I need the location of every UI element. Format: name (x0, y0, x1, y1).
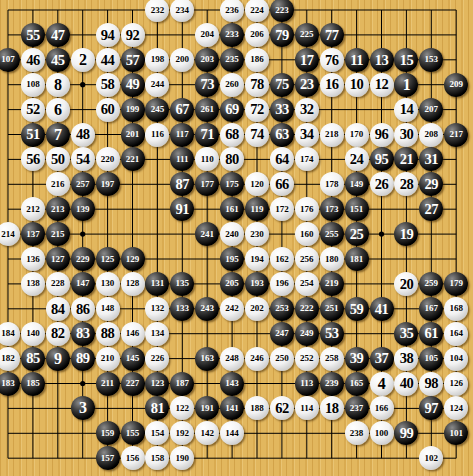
stone-move-number: 66 (275, 177, 289, 192)
stone-white-56[interactable]: 56 (21, 147, 45, 171)
stone-black-19[interactable]: 19 (394, 222, 418, 246)
stone-white-216[interactable]: 216 (46, 172, 70, 196)
stone-black-257[interactable]: 257 (71, 172, 95, 196)
stone-black-125[interactable]: 125 (96, 247, 120, 271)
stone-black-147[interactable]: 147 (71, 272, 95, 296)
stone-black-97[interactable]: 97 (419, 396, 443, 420)
stone-white-196[interactable]: 196 (270, 272, 294, 296)
stone-black-135[interactable]: 135 (170, 272, 194, 296)
stone-move-number: 16 (325, 77, 339, 92)
stone-black-85[interactable]: 85 (21, 347, 45, 371)
stone-move-number: 261 (200, 105, 214, 114)
stone-black-67[interactable]: 67 (170, 98, 194, 122)
stone-move-number: 174 (300, 155, 314, 164)
stone-black-157[interactable]: 157 (96, 446, 120, 470)
stone-black-77[interactable]: 77 (320, 23, 344, 47)
stone-black-79[interactable]: 79 (270, 23, 294, 47)
stone-white-202[interactable]: 202 (245, 297, 269, 321)
stone-black-111[interactable]: 111 (170, 147, 194, 171)
stone-white-86[interactable]: 86 (71, 297, 95, 321)
stone-white-178[interactable]: 178 (320, 172, 344, 196)
stone-black-47[interactable]: 47 (46, 23, 70, 47)
stone-move-number: 143 (225, 379, 239, 388)
stone-black-3[interactable]: 3 (71, 396, 95, 420)
stone-white-64[interactable]: 64 (270, 147, 294, 171)
stone-white-52[interactable]: 52 (21, 98, 45, 122)
stone-black-229[interactable]: 229 (71, 247, 95, 271)
stone-black-31[interactable]: 31 (419, 147, 443, 171)
stone-black-203[interactable]: 203 (195, 48, 219, 72)
stone-move-number: 221 (126, 155, 140, 164)
stone-black-89[interactable]: 89 (71, 347, 95, 371)
stone-black-261[interactable]: 261 (195, 98, 219, 122)
stone-black-235[interactable]: 235 (220, 48, 244, 72)
stone-black-69[interactable]: 69 (220, 98, 244, 122)
stone-move-number: 147 (76, 279, 90, 288)
stone-black-209[interactable]: 209 (444, 73, 468, 97)
stone-black-247[interactable]: 247 (270, 322, 294, 346)
stone-white-96[interactable]: 96 (370, 123, 394, 147)
stone-move-number: 80 (225, 152, 239, 167)
stone-black-81[interactable]: 81 (145, 396, 169, 420)
stone-move-number: 41 (375, 302, 389, 317)
stone-white-140[interactable]: 140 (21, 322, 45, 346)
stone-white-170[interactable]: 170 (345, 123, 369, 147)
stone-white-160[interactable]: 160 (295, 222, 319, 246)
stone-black-221[interactable]: 221 (121, 147, 145, 171)
stone-white-126[interactable]: 126 (444, 372, 468, 396)
stone-black-249[interactable]: 249 (295, 322, 319, 346)
stone-black-87[interactable]: 87 (170, 172, 194, 196)
stone-white-26[interactable]: 26 (370, 172, 394, 196)
stone-move-number: 212 (26, 205, 40, 214)
stone-white-230[interactable]: 230 (245, 222, 269, 246)
stone-black-151[interactable]: 151 (345, 197, 369, 221)
stone-move-number: 246 (250, 354, 264, 363)
stone-black-159[interactable]: 159 (96, 421, 120, 445)
stone-black-161[interactable]: 161 (220, 197, 244, 221)
stone-black-193[interactable]: 193 (245, 272, 269, 296)
stone-black-165[interactable]: 165 (345, 372, 369, 396)
stone-white-252[interactable]: 252 (295, 347, 319, 371)
stone-black-225[interactable]: 225 (295, 23, 319, 47)
stone-black-167[interactable]: 167 (419, 297, 443, 321)
stone-black-175[interactable]: 175 (220, 172, 244, 196)
stone-move-number: 206 (250, 30, 264, 39)
stone-move-number: 3 (79, 400, 87, 416)
stone-move-number: 196 (275, 279, 289, 288)
stone-move-number: 172 (275, 205, 289, 214)
stone-white-162[interactable]: 162 (270, 247, 294, 271)
stone-white-2[interactable]: 2 (71, 48, 95, 72)
stone-white-248[interactable]: 248 (220, 347, 244, 371)
stone-move-number: 89 (76, 351, 90, 366)
stone-move-number: 129 (126, 255, 140, 264)
stone-move-number: 127 (51, 255, 65, 264)
stone-move-number: 184 (1, 329, 15, 338)
stone-black-179[interactable]: 179 (444, 272, 468, 296)
star-point (80, 82, 85, 87)
stone-white-34[interactable]: 34 (295, 123, 319, 147)
stone-white-134[interactable]: 134 (145, 322, 169, 346)
stone-black-127[interactable]: 127 (46, 247, 70, 271)
stone-white-24[interactable]: 24 (345, 147, 369, 171)
stone-white-204[interactable]: 204 (195, 23, 219, 47)
stone-white-226[interactable]: 226 (145, 347, 169, 371)
stone-black-222[interactable]: 222 (295, 297, 319, 321)
stone-white-92[interactable]: 92 (121, 23, 145, 47)
stone-white-200[interactable]: 200 (170, 48, 194, 72)
stone-white-186[interactable]: 186 (245, 48, 269, 72)
stone-black-259[interactable]: 259 (419, 272, 443, 296)
stone-move-number: 131 (151, 279, 165, 288)
stone-move-number: 116 (151, 130, 164, 139)
stone-move-number: 144 (225, 429, 239, 438)
stone-move-number: 18 (325, 401, 339, 416)
stone-white-110[interactable]: 110 (195, 147, 219, 171)
stone-move-number: 176 (300, 205, 314, 214)
stone-move-number: 191 (200, 404, 214, 413)
stone-black-27[interactable]: 27 (419, 197, 443, 221)
stone-move-number: 7 (54, 127, 62, 143)
stone-move-number: 186 (250, 55, 264, 64)
stone-move-number: 17 (300, 53, 314, 68)
stone-white-120[interactable]: 120 (245, 172, 269, 196)
stone-black-123[interactable]: 123 (145, 372, 169, 396)
stone-move-number: 61 (425, 326, 439, 341)
stone-move-number: 122 (176, 404, 190, 413)
stone-black-119[interactable]: 119 (245, 197, 269, 221)
stone-black-9[interactable]: 9 (46, 347, 70, 371)
stone-black-45[interactable]: 45 (46, 48, 70, 72)
stone-move-number: 117 (176, 130, 189, 139)
stone-white-78[interactable]: 78 (245, 73, 269, 97)
stone-white-46[interactable]: 46 (21, 48, 45, 72)
stone-white-40[interactable]: 40 (394, 372, 418, 396)
stone-black-185[interactable]: 185 (21, 372, 45, 396)
stone-move-number: 87 (176, 177, 190, 192)
stone-black-25[interactable]: 25 (345, 222, 369, 246)
stone-white-50[interactable]: 50 (46, 147, 70, 171)
stone-white-210[interactable]: 210 (96, 347, 120, 371)
stone-move-number: 158 (151, 454, 165, 463)
stone-white-190[interactable]: 190 (170, 446, 194, 470)
stone-move-number: 181 (350, 255, 364, 264)
stone-white-12[interactable]: 12 (370, 73, 394, 97)
stone-white-48[interactable]: 48 (71, 123, 95, 147)
stone-move-number: 166 (375, 404, 389, 413)
stone-white-66[interactable]: 66 (270, 172, 294, 196)
stone-move-number: 161 (225, 205, 239, 214)
stone-white-108[interactable]: 108 (21, 73, 45, 97)
stone-white-54[interactable]: 54 (71, 147, 95, 171)
stone-black-117[interactable]: 117 (170, 123, 194, 147)
stone-move-number: 222 (300, 304, 314, 313)
stone-move-number: 99 (400, 426, 414, 441)
stone-white-28[interactable]: 28 (394, 172, 418, 196)
stone-black-39[interactable]: 39 (345, 347, 369, 371)
stone-black-101[interactable]: 101 (444, 421, 468, 445)
stone-white-58[interactable]: 58 (96, 73, 120, 97)
stone-white-260[interactable]: 260 (220, 73, 244, 97)
stone-white-94[interactable]: 94 (96, 23, 120, 47)
stone-white-14[interactable]: 14 (394, 98, 418, 122)
stone-black-113[interactable]: 113 (295, 372, 319, 396)
stone-white-180[interactable]: 180 (320, 247, 344, 271)
stone-white-4[interactable]: 4 (370, 372, 394, 396)
stone-move-number: 232 (151, 6, 165, 15)
stone-move-number: 85 (26, 351, 40, 366)
stone-move-number: 120 (250, 180, 264, 189)
stone-white-130[interactable]: 130 (96, 272, 120, 296)
stone-move-number: 216 (51, 180, 65, 189)
stone-black-195[interactable]: 195 (220, 247, 244, 271)
stone-black-145[interactable]: 145 (121, 347, 145, 371)
stone-white-156[interactable]: 156 (121, 446, 145, 470)
stone-black-35[interactable]: 35 (394, 322, 418, 346)
stone-black-215[interactable]: 215 (46, 222, 70, 246)
stone-black-191[interactable]: 191 (195, 396, 219, 420)
stone-black-33[interactable]: 33 (270, 98, 294, 122)
stone-move-number: 148 (101, 304, 115, 313)
stone-white-256[interactable]: 256 (295, 247, 319, 271)
stone-move-number: 156 (126, 454, 140, 463)
stone-white-68[interactable]: 68 (220, 123, 244, 147)
stone-white-158[interactable]: 158 (145, 446, 169, 470)
stone-move-number: 86 (76, 302, 90, 317)
stone-black-233[interactable]: 233 (220, 23, 244, 47)
stone-black-75[interactable]: 75 (270, 73, 294, 97)
stone-move-number: 55 (26, 28, 40, 43)
stone-white-192[interactable]: 192 (170, 421, 194, 445)
stone-black-105[interactable]: 105 (419, 347, 443, 371)
stone-black-29[interactable]: 29 (419, 172, 443, 196)
stone-black-253[interactable]: 253 (270, 297, 294, 321)
stone-white-246[interactable]: 246 (245, 347, 269, 371)
stone-move-number: 149 (350, 180, 364, 189)
stone-move-number: 194 (250, 255, 264, 264)
stone-white-188[interactable]: 188 (245, 396, 269, 420)
stone-black-237[interactable]: 237 (345, 396, 369, 420)
stone-move-number: 37 (375, 351, 389, 366)
stone-white-240[interactable]: 240 (220, 222, 244, 246)
stone-white-154[interactable]: 154 (145, 421, 169, 445)
stone-white-208[interactable]: 208 (419, 123, 443, 147)
stone-black-207[interactable]: 207 (419, 98, 443, 122)
stone-black-131[interactable]: 131 (145, 272, 169, 296)
stone-white-136[interactable]: 136 (21, 247, 45, 271)
stone-white-148[interactable]: 148 (96, 297, 120, 321)
stone-move-number: 180 (325, 255, 339, 264)
stone-black-13[interactable]: 13 (370, 48, 394, 72)
stone-white-82[interactable]: 82 (46, 322, 70, 346)
stone-white-258[interactable]: 258 (320, 347, 344, 371)
stone-black-155[interactable]: 155 (121, 421, 145, 445)
stone-black-73[interactable]: 73 (195, 73, 219, 97)
stone-move-number: 175 (225, 180, 239, 189)
stone-white-220[interactable]: 220 (96, 147, 120, 171)
stone-white-62[interactable]: 62 (270, 396, 294, 420)
stone-black-205[interactable]: 205 (220, 272, 244, 296)
stone-black-17[interactable]: 17 (295, 48, 319, 72)
stone-black-201[interactable]: 201 (121, 123, 145, 147)
stone-white-80[interactable]: 80 (220, 147, 244, 171)
stone-move-number: 255 (325, 230, 339, 239)
stone-black-177[interactable]: 177 (195, 172, 219, 196)
stone-white-198[interactable]: 198 (145, 48, 169, 72)
stone-white-128[interactable]: 128 (121, 272, 145, 296)
stone-white-74[interactable]: 74 (245, 123, 269, 147)
stone-white-6[interactable]: 6 (46, 98, 70, 122)
stone-black-23[interactable]: 23 (295, 73, 319, 97)
stone-black-61[interactable]: 61 (419, 322, 443, 346)
stone-black-83[interactable]: 83 (71, 322, 95, 346)
stone-move-number: 243 (200, 304, 214, 313)
stone-white-32[interactable]: 32 (295, 98, 319, 122)
stone-black-187[interactable]: 187 (170, 372, 194, 396)
stone-move-number: 9 (54, 351, 62, 367)
stone-black-243[interactable]: 243 (195, 297, 219, 321)
stone-white-238[interactable]: 238 (345, 421, 369, 445)
stone-move-number: 218 (325, 130, 339, 139)
stone-black-213[interactable]: 213 (46, 197, 70, 221)
stone-white-206[interactable]: 206 (245, 23, 269, 47)
stone-black-53[interactable]: 53 (320, 322, 344, 346)
stone-black-57[interactable]: 57 (121, 48, 145, 72)
stone-move-number: 207 (425, 105, 439, 114)
stone-white-98[interactable]: 98 (419, 372, 443, 396)
stone-black-217[interactable]: 217 (444, 123, 468, 147)
stone-white-212[interactable]: 212 (21, 197, 45, 221)
stone-white-38[interactable]: 38 (394, 347, 418, 371)
stone-white-20[interactable]: 20 (394, 272, 418, 296)
stone-black-219[interactable]: 219 (320, 272, 344, 296)
stone-black-55[interactable]: 55 (21, 23, 45, 47)
stone-white-166[interactable]: 166 (370, 396, 394, 420)
stone-black-15[interactable]: 15 (394, 48, 418, 72)
stone-black-211[interactable]: 211 (96, 372, 120, 396)
stone-white-88[interactable]: 88 (96, 322, 120, 346)
stone-white-176[interactable]: 176 (295, 197, 319, 221)
stone-black-59[interactable]: 59 (345, 297, 369, 321)
stone-white-100[interactable]: 100 (370, 421, 394, 445)
stone-black-239[interactable]: 239 (320, 372, 344, 396)
stone-black-255[interactable]: 255 (320, 222, 344, 246)
stone-black-133[interactable]: 133 (170, 297, 194, 321)
stone-white-76[interactable]: 76 (320, 48, 344, 72)
stone-move-number: 76 (325, 53, 339, 68)
stone-white-16[interactable]: 16 (320, 73, 344, 97)
stone-white-114[interactable]: 114 (295, 396, 319, 420)
stone-white-218[interactable]: 218 (320, 123, 344, 147)
stone-move-number: 227 (126, 379, 140, 388)
stone-white-10[interactable]: 10 (345, 73, 369, 97)
stone-black-153[interactable]: 153 (419, 48, 443, 72)
stone-move-number: 31 (425, 152, 439, 167)
stone-black-197[interactable]: 197 (96, 172, 120, 196)
stone-black-71[interactable]: 71 (195, 123, 219, 147)
stone-black-141[interactable]: 141 (220, 396, 244, 420)
stone-black-63[interactable]: 63 (270, 123, 294, 147)
stone-black-173[interactable]: 173 (320, 197, 344, 221)
stone-white-18[interactable]: 18 (320, 396, 344, 420)
stone-white-124[interactable]: 124 (444, 396, 468, 420)
stone-black-37[interactable]: 37 (370, 347, 394, 371)
stone-white-122[interactable]: 122 (170, 396, 194, 420)
stone-white-244[interactable]: 244 (145, 73, 169, 97)
stone-white-116[interactable]: 116 (145, 123, 169, 147)
stone-white-168[interactable]: 168 (444, 297, 468, 321)
stone-black-137[interactable]: 137 (21, 222, 45, 246)
stone-move-number: 10 (350, 77, 364, 92)
stone-white-44[interactable]: 44 (96, 48, 120, 72)
stone-black-241[interactable]: 241 (195, 222, 219, 246)
stone-black-11[interactable]: 11 (345, 48, 369, 72)
stone-black-143[interactable]: 143 (220, 372, 244, 396)
stone-black-51[interactable]: 51 (21, 123, 45, 147)
stone-black-1[interactable]: 1 (394, 73, 418, 97)
stone-white-30[interactable]: 30 (394, 123, 418, 147)
stone-black-227[interactable]: 227 (121, 372, 145, 396)
stone-black-181[interactable]: 181 (345, 247, 369, 271)
stone-white-72[interactable]: 72 (245, 98, 269, 122)
stone-black-49[interactable]: 49 (121, 73, 145, 97)
stone-move-number: 73 (200, 77, 214, 92)
stone-move-number: 178 (325, 180, 339, 189)
stone-black-91[interactable]: 91 (170, 197, 194, 221)
stone-white-146[interactable]: 146 (121, 322, 145, 346)
stone-move-number: 14 (400, 102, 414, 117)
stone-white-84[interactable]: 84 (46, 297, 70, 321)
stone-black-99[interactable]: 99 (394, 421, 418, 445)
stone-white-104[interactable]: 104 (444, 347, 468, 371)
stone-black-163[interactable]: 163 (195, 347, 219, 371)
stone-white-242[interactable]: 242 (220, 297, 244, 321)
stone-white-142[interactable]: 142 (195, 421, 219, 445)
stone-white-60[interactable]: 60 (96, 98, 120, 122)
stone-white-174[interactable]: 174 (295, 147, 319, 171)
stone-move-number: 91 (176, 202, 190, 217)
stone-white-250[interactable]: 250 (270, 347, 294, 371)
go-board[interactable]: 2322342362242235547949220423320679225771… (0, 0, 473, 476)
stone-move-number: 250 (275, 354, 289, 363)
stone-black-139[interactable]: 139 (71, 197, 95, 221)
stone-white-228[interactable]: 228 (46, 272, 70, 296)
stone-black-21[interactable]: 21 (394, 147, 418, 171)
stone-white-102[interactable]: 102 (419, 446, 443, 470)
stone-black-129[interactable]: 129 (121, 247, 145, 271)
stone-white-144[interactable]: 144 (220, 421, 244, 445)
stone-move-number: 71 (200, 127, 214, 142)
stone-move-number: 92 (126, 28, 140, 43)
stone-black-245[interactable]: 245 (145, 98, 169, 122)
stone-white-138[interactable]: 138 (21, 272, 45, 296)
stone-black-95[interactable]: 95 (370, 147, 394, 171)
star-point (80, 381, 85, 386)
stone-black-251[interactable]: 251 (320, 297, 344, 321)
stone-white-194[interactable]: 194 (245, 247, 269, 271)
stone-white-254[interactable]: 254 (295, 272, 319, 296)
stone-black-41[interactable]: 41 (370, 297, 394, 321)
stone-white-8[interactable]: 8 (46, 73, 70, 97)
stone-move-number: 198 (151, 55, 165, 64)
stone-black-199[interactable]: 199 (121, 98, 145, 122)
stone-white-132[interactable]: 132 (145, 297, 169, 321)
stone-white-164[interactable]: 164 (444, 322, 468, 346)
stone-white-172[interactable]: 172 (270, 197, 294, 221)
stone-black-149[interactable]: 149 (345, 172, 369, 196)
stone-black-7[interactable]: 7 (46, 123, 70, 147)
